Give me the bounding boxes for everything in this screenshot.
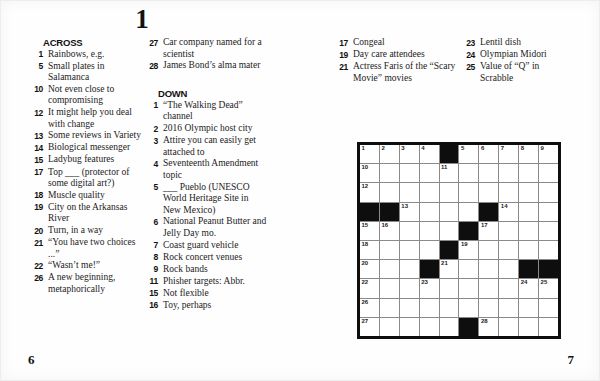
- grid-cell: [440, 279, 459, 297]
- grid-cell: [400, 279, 419, 297]
- cell-number: 9: [541, 145, 544, 153]
- grid-cell: [539, 318, 558, 336]
- clue-column-1: ACROSS1Rainbows, e.g.5Small plates in Sa…: [30, 37, 142, 296]
- cell-number: 10: [362, 164, 369, 172]
- grid-cell: [420, 318, 439, 336]
- clue-column-2: 27Car company named for a scientist28Jam…: [145, 37, 267, 312]
- grid-cell: [499, 318, 518, 336]
- grid-cell: 15: [360, 222, 379, 240]
- cell-number: 2: [381, 145, 384, 153]
- grid-cell: 13: [400, 203, 419, 221]
- grid-cell-black: [360, 203, 379, 221]
- clue-text: Ladybug features: [43, 154, 114, 166]
- clue-down-21: 21Actress Faris of the “Scary Movie” mov…: [335, 61, 457, 84]
- clue-text: Turn, in a way: [43, 225, 103, 237]
- grid-cell: 16: [380, 222, 399, 240]
- grid-cell: [479, 260, 498, 278]
- book-spread: 1 ACROSS1Rainbows, e.g.5Small plates in …: [0, 0, 600, 381]
- clue-down-11: 11Phisher targets: Abbr.: [145, 276, 267, 288]
- clue-text: Congeal: [348, 37, 385, 49]
- cell-number: 4: [421, 145, 424, 153]
- clue-text: Value of “Q” in Scrabble: [475, 61, 574, 84]
- crossword-grid: 1234567891011121314151617181920212223242…: [357, 142, 561, 339]
- grid-cell: [459, 299, 478, 317]
- grid-cell: 6: [479, 145, 498, 163]
- grid-cell: 27: [360, 318, 379, 336]
- clue-text: Top ___ (protector of some digital art?): [43, 167, 142, 190]
- clue-number: 6: [145, 216, 158, 239]
- clue-text: ___ Pueblo (UNESCO World Heritage Site i…: [158, 182, 267, 217]
- grid-cell: 2: [380, 145, 399, 163]
- clue-number: 17: [30, 167, 43, 190]
- clue-across-15: 15Ladybug features: [30, 154, 142, 166]
- across-header: ACROSS: [43, 37, 142, 49]
- clue-text: Not even close to compromising: [43, 84, 142, 107]
- clue-number: 21: [30, 237, 43, 260]
- cell-number: 7: [501, 145, 504, 153]
- clue-number: 19: [30, 202, 43, 225]
- clue-text: Not flexible: [158, 288, 209, 300]
- cell-number: 27: [362, 318, 369, 326]
- grid-cell: [440, 203, 459, 221]
- down-header: DOWN: [158, 88, 267, 100]
- clue-text: City on the Arkansas River: [43, 202, 142, 225]
- cell-number: 16: [381, 222, 388, 230]
- grid-cell: 26: [360, 299, 379, 317]
- grid-cell-black: [420, 260, 439, 278]
- clue-number: 24: [462, 49, 475, 61]
- clue-text: Car company named for a scientist: [158, 37, 267, 60]
- grid-cell-black: [380, 203, 399, 221]
- grid-cell: 18: [360, 241, 379, 259]
- grid-cell: 14: [499, 203, 518, 221]
- grid-cell: 24: [519, 279, 538, 297]
- grid-cell: [440, 222, 459, 240]
- clue-number: 27: [145, 37, 158, 60]
- grid-cell: 8: [519, 145, 538, 163]
- clue-text: Rainbows, e.g.: [43, 49, 104, 61]
- clue-across-17: 17Top ___ (protector of some digital art…: [30, 167, 142, 190]
- clue-number: 26: [30, 272, 43, 295]
- grid-cell: [539, 241, 558, 259]
- grid-cell-black: [440, 145, 459, 163]
- cell-number: 17: [481, 222, 488, 230]
- clue-number: 1: [30, 49, 43, 61]
- clue-down-17: 17Congeal: [335, 37, 457, 49]
- clue-down-15: 15Not flexible: [145, 288, 267, 300]
- grid-cell: [499, 222, 518, 240]
- clue-number: 14: [30, 142, 43, 154]
- clue-number: 16: [145, 300, 158, 312]
- clue-text: Seventeenth Amendment topic: [158, 158, 267, 181]
- clue-text: “The Walking Dead” channel: [158, 100, 267, 123]
- grid-cell: [380, 279, 399, 297]
- grid-cell: [440, 183, 459, 201]
- clue-across-12: 12It might help you deal with change: [30, 107, 142, 130]
- clue-number: 10: [30, 84, 43, 107]
- clue-down-8: 8Rock concert venues: [145, 252, 267, 264]
- grid-cell: [400, 299, 419, 317]
- grid-cell: [519, 164, 538, 182]
- grid-cell: [459, 279, 478, 297]
- clue-down-16: 16Toy, perhaps: [145, 300, 267, 312]
- grid-cell: 5: [459, 145, 478, 163]
- grid-cell: 22: [360, 279, 379, 297]
- grid-cell-black: [479, 203, 498, 221]
- clue-across-21: 21“You have two choices ...”: [30, 237, 142, 260]
- clue-number: 1: [145, 100, 158, 123]
- grid-cell: [479, 164, 498, 182]
- clue-down-1: 1“The Walking Dead” channel: [145, 100, 267, 123]
- grid-cell: 4: [420, 145, 439, 163]
- clue-across-10: 10Not even close to compromising: [30, 84, 142, 107]
- clue-number: 3: [145, 135, 158, 158]
- clue-number: 19: [335, 49, 348, 61]
- clue-across-1: 1Rainbows, e.g.: [30, 49, 142, 61]
- clue-text: Olympian Midori: [475, 49, 547, 61]
- grid-cell: [440, 299, 459, 317]
- clue-number: 22: [30, 260, 43, 272]
- clue-text: Lentil dish: [475, 37, 521, 49]
- clue-across-26: 26A new beginning, metaphorically: [30, 272, 142, 295]
- clue-down-2: 22016 Olympic host city: [145, 123, 267, 135]
- clue-text: “You have two choices ...”: [43, 237, 142, 260]
- cell-number: 23: [421, 279, 428, 287]
- grid-cell: [499, 279, 518, 297]
- grid-cell: [400, 318, 419, 336]
- grid-cell: 20: [360, 260, 379, 278]
- grid-cell-black: [519, 260, 538, 278]
- cell-number: 12: [362, 183, 369, 191]
- clue-number: 7: [145, 240, 158, 252]
- grid-cell: 19: [459, 241, 478, 259]
- grid-cell: [400, 241, 419, 259]
- puzzle-number: 1: [0, 5, 284, 33]
- grid-cell: 25: [539, 279, 558, 297]
- grid-cell: [400, 260, 419, 278]
- grid-cell: [420, 164, 439, 182]
- clue-number: 18: [30, 190, 43, 202]
- grid-cell-black: [539, 260, 558, 278]
- grid-cell: [519, 203, 538, 221]
- clue-across-14: 14Biological messenger: [30, 142, 142, 154]
- clue-across-28: 28James Bond’s alma mater: [145, 60, 267, 72]
- clue-text: Muscle quality: [43, 190, 105, 202]
- clue-text: James Bond’s alma mater: [158, 60, 260, 72]
- clue-down-6: 6National Peanut Butter and Jelly Day mo…: [145, 216, 267, 239]
- clue-text: Some reviews in Variety: [43, 130, 141, 142]
- cell-number: 24: [521, 279, 528, 287]
- grid-cell: [519, 183, 538, 201]
- clue-number: 12: [30, 107, 43, 130]
- clue-text: Toy, perhaps: [158, 300, 211, 312]
- cell-number: 18: [362, 241, 369, 249]
- grid-cell: [400, 183, 419, 201]
- grid-cell-black: [459, 318, 478, 336]
- grid-cell: 10: [360, 164, 379, 182]
- grid-cell: [479, 241, 498, 259]
- cell-number: 19: [461, 241, 468, 249]
- grid-cell: 23: [420, 279, 439, 297]
- clue-text: Biological messenger: [43, 142, 130, 154]
- clue-down-5: 5___ Pueblo (UNESCO World Heritage Site …: [145, 182, 267, 217]
- grid-cell: [380, 260, 399, 278]
- clue-down-9: 9Rock bands: [145, 264, 267, 276]
- grid-cell: 28: [479, 318, 498, 336]
- cell-number: 6: [481, 145, 484, 153]
- clue-number: 8: [145, 252, 158, 264]
- cell-number: 13: [401, 203, 408, 211]
- clue-number: 15: [145, 288, 158, 300]
- page-number-right: 7: [568, 352, 575, 368]
- cell-number: 1: [362, 145, 365, 153]
- clue-number: 15: [30, 154, 43, 166]
- cell-number: 28: [481, 318, 488, 326]
- grid-cell: [539, 203, 558, 221]
- clue-down-25: 25Value of “Q” in Scrabble: [462, 61, 574, 84]
- clue-down-23: 23Lentil dish: [462, 37, 574, 49]
- cell-number: 11: [441, 164, 447, 172]
- clue-number: 5: [145, 182, 158, 217]
- grid-cell: [479, 299, 498, 317]
- clue-number: 23: [462, 37, 475, 49]
- grid-cell: [519, 222, 538, 240]
- grid-cell: 1: [360, 145, 379, 163]
- grid-cell: [380, 164, 399, 182]
- clue-across-22: 22“Wasn’t me!”: [30, 260, 142, 272]
- grid-cell: [440, 318, 459, 336]
- clue-number: 9: [145, 264, 158, 276]
- clue-number: 13: [30, 130, 43, 142]
- clue-text: Phisher targets: Abbr.: [158, 276, 245, 288]
- clue-text: Small plates in Salamanca: [43, 61, 142, 84]
- grid-cell: [420, 203, 439, 221]
- grid-cell: [499, 260, 518, 278]
- clue-text: National Peanut Butter and Jelly Day mo.: [158, 216, 267, 239]
- grid-cell: [459, 203, 478, 221]
- clue-text: 2016 Olympic host city: [158, 123, 252, 135]
- cell-number: 5: [461, 145, 464, 153]
- cell-number: 25: [541, 279, 548, 287]
- clue-text: Actress Faris of the “Scary Movie” movie…: [348, 61, 457, 84]
- clue-number: 25: [462, 61, 475, 84]
- grid-cell-black: [440, 241, 459, 259]
- clue-across-18: 18Muscle quality: [30, 190, 142, 202]
- clue-down-7: 7Coast guard vehicle: [145, 240, 267, 252]
- page-number-left: 6: [28, 352, 35, 368]
- cell-number: 14: [501, 203, 508, 211]
- grid-cell: [479, 183, 498, 201]
- clue-text: “Wasn’t me!”: [43, 260, 100, 272]
- clue-text: Rock concert venues: [158, 252, 242, 264]
- clue-column-3: 17Congeal19Day care attendees21Actress F…: [335, 37, 457, 84]
- clue-text: A new beginning, metaphorically: [43, 272, 142, 295]
- grid-cell: [499, 299, 518, 317]
- cell-number: 26: [362, 299, 369, 307]
- grid-cell: [519, 318, 538, 336]
- cell-number: 3: [401, 145, 404, 153]
- grid-cell: [420, 183, 439, 201]
- clue-across-13: 13Some reviews in Variety: [30, 130, 142, 142]
- grid-cell: 7: [499, 145, 518, 163]
- grid-cell: [539, 299, 558, 317]
- clue-number: 4: [145, 158, 158, 181]
- cell-number: 8: [521, 145, 524, 153]
- cell-number: 15: [362, 222, 369, 230]
- clue-text: Rock bands: [158, 264, 208, 276]
- grid-cell: [380, 241, 399, 259]
- grid-cell: [539, 183, 558, 201]
- grid-cell: 9: [539, 145, 558, 163]
- clue-number: 11: [145, 276, 158, 288]
- clue-number: 17: [335, 37, 348, 49]
- clue-across-19: 19City on the Arkansas River: [30, 202, 142, 225]
- grid-cell: [539, 222, 558, 240]
- cell-number: 22: [362, 279, 369, 287]
- grid-cell: [499, 183, 518, 201]
- clue-down-19: 19Day care attendees: [335, 49, 457, 61]
- grid-cell: [420, 241, 439, 259]
- clue-text: Coast guard vehicle: [158, 240, 238, 252]
- grid-cell: [420, 222, 439, 240]
- grid-cell: 11: [440, 164, 459, 182]
- cell-number: 21: [441, 260, 448, 268]
- clue-across-5: 5Small plates in Salamanca: [30, 61, 142, 84]
- grid-cell: [400, 222, 419, 240]
- clue-text: Attire you can easily get attached to: [158, 135, 267, 158]
- grid-cell: [479, 279, 498, 297]
- clue-column-4: 23Lentil dish24Olympian Midori25Value of…: [462, 37, 574, 84]
- grid-cell: 3: [400, 145, 419, 163]
- clue-number: 20: [30, 225, 43, 237]
- clue-down-3: 3Attire you can easily get attached to: [145, 135, 267, 158]
- clue-across-27: 27Car company named for a scientist: [145, 37, 267, 60]
- grid-cell: [499, 164, 518, 182]
- grid-cell: [519, 299, 538, 317]
- clue-number: 28: [145, 60, 158, 72]
- grid-cell: [380, 183, 399, 201]
- grid-cell: [539, 164, 558, 182]
- clue-text: Day care attendees: [348, 49, 425, 61]
- grid-cell: [499, 241, 518, 259]
- grid-cell-black: [459, 222, 478, 240]
- clue-number: 5: [30, 61, 43, 84]
- clue-across-20: 20Turn, in a way: [30, 225, 142, 237]
- grid-cell: [380, 318, 399, 336]
- clue-down-24: 24Olympian Midori: [462, 49, 574, 61]
- clue-number: 2: [145, 123, 158, 135]
- grid-cell: [519, 241, 538, 259]
- grid-cell: [459, 183, 478, 201]
- grid-cell: [380, 299, 399, 317]
- cell-number: 20: [362, 260, 369, 268]
- clue-down-4: 4Seventeenth Amendment topic: [145, 158, 267, 181]
- clue-number: 21: [335, 61, 348, 84]
- grid-cell: [420, 299, 439, 317]
- grid-cell: 17: [479, 222, 498, 240]
- grid-cell: 21: [440, 260, 459, 278]
- grid-cell: [459, 260, 478, 278]
- grid-cell: [459, 164, 478, 182]
- grid-cell: 12: [360, 183, 379, 201]
- grid-cell: [400, 164, 419, 182]
- clue-text: It might help you deal with change: [43, 107, 142, 130]
